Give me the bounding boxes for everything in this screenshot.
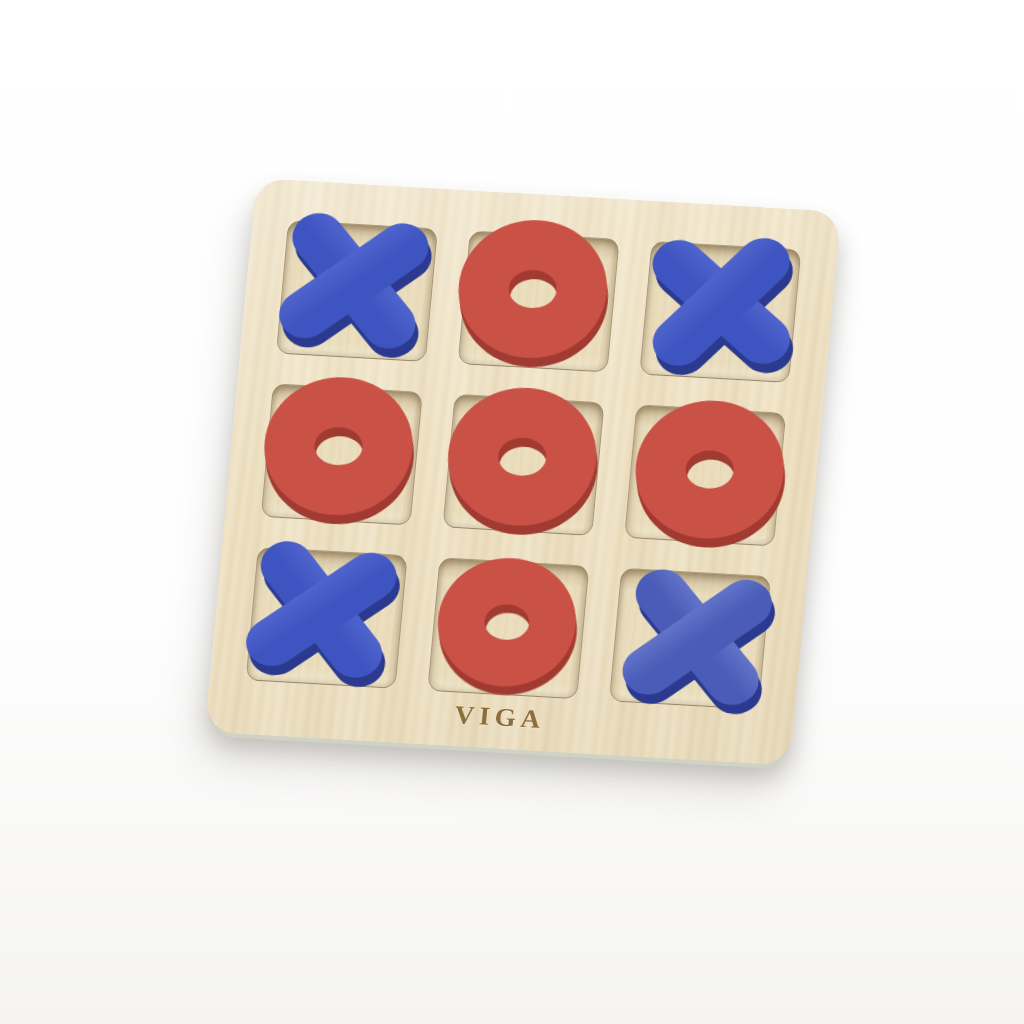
o-ring-shape [629, 397, 790, 543]
cell-r2c1[interactable] [261, 383, 423, 525]
x-cross-shape [268, 199, 439, 363]
cell-r1c2[interactable] [458, 230, 620, 372]
piece-o[interactable] [630, 400, 790, 540]
piece-o[interactable] [442, 387, 602, 527]
o-ring-shape [258, 373, 419, 519]
piece-x[interactable] [617, 567, 777, 707]
piece-x[interactable] [274, 211, 434, 351]
cell-r3c3[interactable] [609, 568, 771, 710]
piece-o[interactable] [453, 219, 613, 359]
cell-r3c1[interactable] [246, 547, 408, 689]
piece-o[interactable] [432, 557, 581, 687]
x-cross-shape [235, 527, 409, 693]
cell-r2c2[interactable] [442, 394, 604, 536]
cell-r1c1[interactable] [276, 220, 438, 362]
piece-x[interactable] [241, 539, 401, 679]
piece-x[interactable] [641, 232, 801, 372]
board-grid [246, 220, 802, 710]
photo-scene: VIGA [0, 0, 1024, 1024]
o-ring-shape [452, 216, 613, 362]
game-board: VIGA [205, 178, 841, 766]
cell-r3c2[interactable] [427, 557, 589, 699]
x-cross-shape [612, 555, 783, 719]
cell-r1c3[interactable] [639, 241, 801, 383]
o-ring-shape [442, 384, 603, 530]
x-cross-shape [647, 227, 796, 377]
o-ring-shape [432, 554, 581, 690]
cell-r2c3[interactable] [624, 404, 786, 546]
piece-o[interactable] [259, 376, 419, 516]
